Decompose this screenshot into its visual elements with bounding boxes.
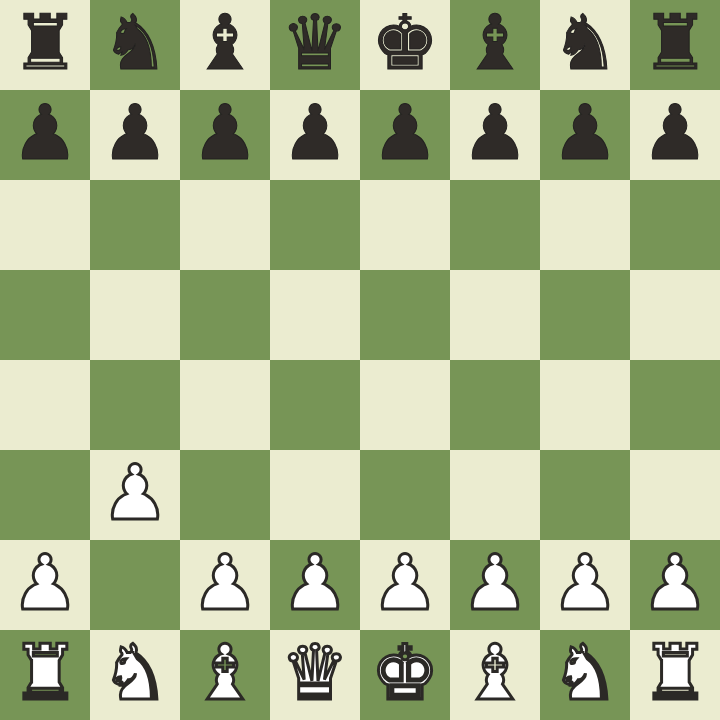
square-f5[interactable] xyxy=(450,270,540,360)
piece-white-bishop[interactable]: ♝ xyxy=(461,628,529,718)
piece-white-pawn[interactable]: ♟ xyxy=(551,538,619,628)
square-b6[interactable] xyxy=(90,180,180,270)
piece-white-knight[interactable]: ♞ xyxy=(551,628,619,718)
piece-white-rook[interactable]: ♜ xyxy=(641,628,709,718)
piece-white-pawn[interactable]: ♟ xyxy=(281,538,349,628)
chess-board: ♜♞♝♛♚♝♞♜♟♟♟♟♟♟♟♟♟♟♟♟♟♟♟♟♜♞♝♛♚♝♞♜ xyxy=(0,0,720,720)
square-e3[interactable] xyxy=(360,450,450,540)
square-f3[interactable] xyxy=(450,450,540,540)
square-e2[interactable]: ♟ xyxy=(360,540,450,630)
square-a6[interactable] xyxy=(0,180,90,270)
square-b3[interactable]: ♟ xyxy=(90,450,180,540)
piece-white-pawn[interactable]: ♟ xyxy=(461,538,529,628)
piece-black-pawn[interactable]: ♟ xyxy=(461,88,529,178)
square-d5[interactable] xyxy=(270,270,360,360)
piece-black-rook[interactable]: ♜ xyxy=(641,0,709,88)
square-b5[interactable] xyxy=(90,270,180,360)
square-e5[interactable] xyxy=(360,270,450,360)
square-c4[interactable] xyxy=(180,360,270,450)
piece-black-king[interactable]: ♚ xyxy=(371,0,439,88)
square-h7[interactable]: ♟ xyxy=(630,90,720,180)
piece-white-queen[interactable]: ♛ xyxy=(281,628,349,718)
square-g1[interactable]: ♞ xyxy=(540,630,630,720)
piece-white-rook[interactable]: ♜ xyxy=(11,628,79,718)
square-b7[interactable]: ♟ xyxy=(90,90,180,180)
square-h1[interactable]: ♜ xyxy=(630,630,720,720)
square-b8[interactable]: ♞ xyxy=(90,0,180,90)
piece-white-pawn[interactable]: ♟ xyxy=(191,538,259,628)
square-h4[interactable] xyxy=(630,360,720,450)
piece-black-pawn[interactable]: ♟ xyxy=(11,88,79,178)
square-c2[interactable]: ♟ xyxy=(180,540,270,630)
square-g2[interactable]: ♟ xyxy=(540,540,630,630)
piece-black-pawn[interactable]: ♟ xyxy=(101,88,169,178)
square-f1[interactable]: ♝ xyxy=(450,630,540,720)
piece-white-king[interactable]: ♚ xyxy=(371,628,439,718)
piece-white-knight[interactable]: ♞ xyxy=(101,628,169,718)
square-d8[interactable]: ♛ xyxy=(270,0,360,90)
piece-black-knight[interactable]: ♞ xyxy=(101,0,169,88)
square-a2[interactable]: ♟ xyxy=(0,540,90,630)
piece-black-bishop[interactable]: ♝ xyxy=(191,0,259,88)
piece-black-pawn[interactable]: ♟ xyxy=(641,88,709,178)
square-b2[interactable] xyxy=(90,540,180,630)
square-d4[interactable] xyxy=(270,360,360,450)
piece-black-bishop[interactable]: ♝ xyxy=(461,0,529,88)
square-c7[interactable]: ♟ xyxy=(180,90,270,180)
square-h2[interactable]: ♟ xyxy=(630,540,720,630)
square-b1[interactable]: ♞ xyxy=(90,630,180,720)
square-e7[interactable]: ♟ xyxy=(360,90,450,180)
piece-white-bishop[interactable]: ♝ xyxy=(191,628,259,718)
square-g3[interactable] xyxy=(540,450,630,540)
square-a3[interactable] xyxy=(0,450,90,540)
piece-black-rook[interactable]: ♜ xyxy=(11,0,79,88)
piece-black-pawn[interactable]: ♟ xyxy=(191,88,259,178)
piece-white-pawn[interactable]: ♟ xyxy=(641,538,709,628)
square-d6[interactable] xyxy=(270,180,360,270)
piece-white-pawn[interactable]: ♟ xyxy=(11,538,79,628)
piece-black-knight[interactable]: ♞ xyxy=(551,0,619,88)
square-d7[interactable]: ♟ xyxy=(270,90,360,180)
square-f2[interactable]: ♟ xyxy=(450,540,540,630)
square-e6[interactable] xyxy=(360,180,450,270)
square-d1[interactable]: ♛ xyxy=(270,630,360,720)
square-g8[interactable]: ♞ xyxy=(540,0,630,90)
square-c3[interactable] xyxy=(180,450,270,540)
square-c6[interactable] xyxy=(180,180,270,270)
square-b4[interactable] xyxy=(90,360,180,450)
square-f6[interactable] xyxy=(450,180,540,270)
square-c1[interactable]: ♝ xyxy=(180,630,270,720)
piece-black-pawn[interactable]: ♟ xyxy=(551,88,619,178)
square-g6[interactable] xyxy=(540,180,630,270)
square-c5[interactable] xyxy=(180,270,270,360)
square-d2[interactable]: ♟ xyxy=(270,540,360,630)
piece-black-pawn[interactable]: ♟ xyxy=(371,88,439,178)
square-a5[interactable] xyxy=(0,270,90,360)
square-h6[interactable] xyxy=(630,180,720,270)
square-f7[interactable]: ♟ xyxy=(450,90,540,180)
square-g7[interactable]: ♟ xyxy=(540,90,630,180)
square-f4[interactable] xyxy=(450,360,540,450)
piece-black-queen[interactable]: ♛ xyxy=(281,0,349,88)
square-g4[interactable] xyxy=(540,360,630,450)
square-e1[interactable]: ♚ xyxy=(360,630,450,720)
piece-white-pawn[interactable]: ♟ xyxy=(101,448,169,538)
square-h5[interactable] xyxy=(630,270,720,360)
square-g5[interactable] xyxy=(540,270,630,360)
piece-black-pawn[interactable]: ♟ xyxy=(281,88,349,178)
square-e8[interactable]: ♚ xyxy=(360,0,450,90)
square-c8[interactable]: ♝ xyxy=(180,0,270,90)
square-f8[interactable]: ♝ xyxy=(450,0,540,90)
square-d3[interactable] xyxy=(270,450,360,540)
piece-white-pawn[interactable]: ♟ xyxy=(371,538,439,628)
square-a4[interactable] xyxy=(0,360,90,450)
square-a8[interactable]: ♜ xyxy=(0,0,90,90)
square-h8[interactable]: ♜ xyxy=(630,0,720,90)
square-e4[interactable] xyxy=(360,360,450,450)
square-h3[interactable] xyxy=(630,450,720,540)
square-a7[interactable]: ♟ xyxy=(0,90,90,180)
square-a1[interactable]: ♜ xyxy=(0,630,90,720)
